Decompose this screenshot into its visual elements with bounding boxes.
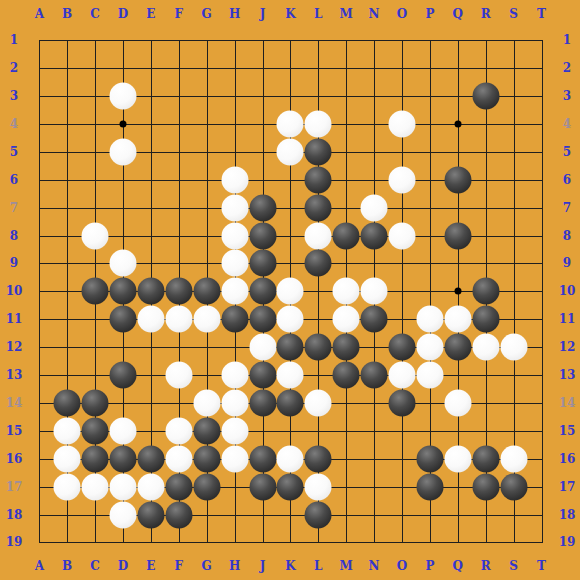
stone-white-K13[interactable] <box>277 362 304 389</box>
stone-black-L7[interactable] <box>305 194 332 221</box>
stone-white-H9[interactable] <box>221 250 248 277</box>
stone-black-R10[interactable] <box>472 278 499 305</box>
row-label-right-11: 11 <box>559 312 576 326</box>
stone-black-R16[interactable] <box>472 445 499 472</box>
col-label-bottom-N: N <box>369 559 380 573</box>
stone-white-O6[interactable] <box>389 166 416 193</box>
col-label-bottom-M: M <box>340 559 353 573</box>
stone-black-D13[interactable] <box>110 362 137 389</box>
col-label-top-A: A <box>35 7 44 21</box>
stone-black-J10[interactable] <box>249 278 276 305</box>
stone-black-R3[interactable] <box>472 83 499 110</box>
stone-black-J7[interactable] <box>249 194 276 221</box>
stone-white-K16[interactable] <box>277 445 304 472</box>
stone-white-L17[interactable] <box>305 473 332 500</box>
stone-black-Q8[interactable] <box>444 222 471 249</box>
stone-white-H16[interactable] <box>221 445 248 472</box>
stone-white-D3[interactable] <box>110 83 137 110</box>
stone-black-C16[interactable] <box>82 445 109 472</box>
row-label-left-7: 7 <box>10 201 18 215</box>
col-label-bottom-L: L <box>314 559 322 573</box>
stone-white-B17[interactable] <box>54 473 81 500</box>
row-label-right-15: 15 <box>559 424 576 438</box>
col-label-top-F: F <box>175 7 184 21</box>
row-label-right-8: 8 <box>563 229 571 243</box>
row-label-left-9: 9 <box>10 256 18 270</box>
stone-black-K12[interactable] <box>277 334 304 361</box>
row-label-left-2: 2 <box>10 61 18 75</box>
stone-white-F11[interactable] <box>165 306 192 333</box>
stone-white-Q14[interactable] <box>444 389 471 416</box>
col-label-bottom-J: J <box>260 559 266 573</box>
stone-white-D18[interactable] <box>110 501 137 528</box>
row-label-left-1: 1 <box>10 33 18 47</box>
stone-white-H6[interactable] <box>221 166 248 193</box>
row-label-left-14: 14 <box>6 396 23 410</box>
stone-black-J13[interactable] <box>249 362 276 389</box>
row-label-left-6: 6 <box>10 173 18 187</box>
row-label-right-5: 5 <box>563 145 571 159</box>
stone-black-S17[interactable] <box>500 473 527 500</box>
stone-black-K17[interactable] <box>277 473 304 500</box>
col-label-top-L: L <box>314 7 322 21</box>
stone-white-K11[interactable] <box>277 306 304 333</box>
stone-white-H8[interactable] <box>221 222 248 249</box>
col-label-bottom-F: F <box>175 559 184 573</box>
stone-white-M11[interactable] <box>333 306 360 333</box>
stone-white-C17[interactable] <box>82 473 109 500</box>
stone-white-D5[interactable] <box>110 138 137 165</box>
row-label-right-1: 1 <box>563 33 571 47</box>
col-label-top-Q: Q <box>453 7 463 21</box>
stone-white-S16[interactable] <box>500 445 527 472</box>
stone-white-O13[interactable] <box>389 362 416 389</box>
row-label-left-13: 13 <box>6 368 23 382</box>
stone-white-L14[interactable] <box>305 389 332 416</box>
stone-black-P17[interactable] <box>416 473 443 500</box>
stone-white-J12[interactable] <box>249 334 276 361</box>
col-label-bottom-R: R <box>481 559 491 573</box>
stone-black-P16[interactable] <box>416 445 443 472</box>
col-label-bottom-S: S <box>509 559 518 573</box>
row-label-right-6: 6 <box>563 173 571 187</box>
row-label-right-10: 10 <box>559 284 576 298</box>
stone-white-F16[interactable] <box>165 445 192 472</box>
row-label-right-16: 16 <box>559 452 576 466</box>
stone-black-H11[interactable] <box>221 306 248 333</box>
stone-white-S12[interactable] <box>500 334 527 361</box>
stone-black-F18[interactable] <box>165 501 192 528</box>
stone-black-O12[interactable] <box>389 334 416 361</box>
row-label-right-4: 4 <box>563 117 571 131</box>
row-label-left-19: 19 <box>6 535 23 549</box>
row-label-left-5: 5 <box>10 145 18 159</box>
col-label-top-C: C <box>90 7 100 21</box>
stone-white-D9[interactable] <box>110 250 137 277</box>
row-label-right-18: 18 <box>559 508 576 522</box>
stone-white-H15[interactable] <box>221 417 248 444</box>
stone-black-N8[interactable] <box>361 222 388 249</box>
row-label-right-7: 7 <box>563 201 571 215</box>
row-label-right-3: 3 <box>563 89 571 103</box>
stone-black-M13[interactable] <box>333 362 360 389</box>
col-label-top-H: H <box>229 7 240 21</box>
row-label-right-14: 14 <box>559 396 576 410</box>
stone-white-K4[interactable] <box>277 110 304 137</box>
stone-white-Q16[interactable] <box>444 445 471 472</box>
row-label-left-15: 15 <box>6 424 23 438</box>
row-label-left-17: 17 <box>6 480 23 494</box>
stone-black-G15[interactable] <box>193 417 220 444</box>
stone-white-H14[interactable] <box>221 389 248 416</box>
stone-white-P13[interactable] <box>416 362 443 389</box>
row-label-left-16: 16 <box>6 452 23 466</box>
star-point-Q10 <box>454 288 461 295</box>
stone-white-G11[interactable] <box>193 306 220 333</box>
stone-black-O14[interactable] <box>389 389 416 416</box>
grid-line-vertical <box>542 40 543 543</box>
stone-black-L5[interactable] <box>305 138 332 165</box>
stone-white-E11[interactable] <box>137 306 164 333</box>
col-label-top-O: O <box>397 7 407 21</box>
row-label-left-8: 8 <box>10 229 18 243</box>
stone-white-Q11[interactable] <box>444 306 471 333</box>
star-point-Q4 <box>454 120 461 127</box>
stone-black-F17[interactable] <box>165 473 192 500</box>
stone-white-N10[interactable] <box>361 278 388 305</box>
stone-black-G10[interactable] <box>193 278 220 305</box>
stone-black-D11[interactable] <box>110 306 137 333</box>
stone-black-J16[interactable] <box>249 445 276 472</box>
col-label-bottom-O: O <box>397 559 407 573</box>
row-label-left-12: 12 <box>6 340 23 354</box>
col-label-top-K: K <box>285 7 295 21</box>
stone-white-F15[interactable] <box>165 417 192 444</box>
row-label-right-9: 9 <box>563 256 571 270</box>
goban[interactable] <box>0 0 580 580</box>
col-label-top-G: G <box>202 7 212 21</box>
col-label-top-N: N <box>369 7 380 21</box>
stone-white-D17[interactable] <box>110 473 137 500</box>
stone-black-Q12[interactable] <box>444 334 471 361</box>
col-label-bottom-B: B <box>62 559 72 573</box>
stone-black-D10[interactable] <box>110 278 137 305</box>
stone-white-B16[interactable] <box>54 445 81 472</box>
stone-black-K14[interactable] <box>277 389 304 416</box>
stone-black-D16[interactable] <box>110 445 137 472</box>
stone-white-K10[interactable] <box>277 278 304 305</box>
col-label-top-R: R <box>481 7 491 21</box>
stone-black-C15[interactable] <box>82 417 109 444</box>
stone-white-K5[interactable] <box>277 138 304 165</box>
row-label-right-2: 2 <box>563 61 571 75</box>
stone-white-H13[interactable] <box>221 362 248 389</box>
stone-black-N11[interactable] <box>361 306 388 333</box>
col-label-bottom-Q: Q <box>453 559 463 573</box>
stone-black-L6[interactable] <box>305 166 332 193</box>
row-label-left-3: 3 <box>10 89 18 103</box>
col-label-top-J: J <box>260 7 266 21</box>
stone-black-J11[interactable] <box>249 306 276 333</box>
col-label-top-P: P <box>425 7 434 21</box>
row-label-left-4: 4 <box>10 117 18 131</box>
stone-black-N13[interactable] <box>361 362 388 389</box>
row-label-right-13: 13 <box>559 368 576 382</box>
col-label-bottom-K: K <box>285 559 295 573</box>
stone-black-L9[interactable] <box>305 250 332 277</box>
stone-black-F10[interactable] <box>165 278 192 305</box>
stone-black-E16[interactable] <box>137 445 164 472</box>
row-label-left-10: 10 <box>6 284 23 298</box>
stone-white-E17[interactable] <box>137 473 164 500</box>
col-label-top-M: M <box>340 7 353 21</box>
grid-line-horizontal <box>39 542 542 543</box>
stone-white-O8[interactable] <box>389 222 416 249</box>
row-label-left-11: 11 <box>6 312 23 326</box>
stone-black-Q6[interactable] <box>444 166 471 193</box>
stone-black-L18[interactable] <box>305 501 332 528</box>
stone-black-R17[interactable] <box>472 473 499 500</box>
stone-black-L12[interactable] <box>305 334 332 361</box>
stone-white-H7[interactable] <box>221 194 248 221</box>
stone-white-F13[interactable] <box>165 362 192 389</box>
stone-white-L8[interactable] <box>305 222 332 249</box>
col-label-bottom-C: C <box>90 559 100 573</box>
stone-white-R12[interactable] <box>472 334 499 361</box>
col-label-bottom-G: G <box>202 559 212 573</box>
stone-black-E10[interactable] <box>137 278 164 305</box>
stone-black-J14[interactable] <box>249 389 276 416</box>
stone-white-H10[interactable] <box>221 278 248 305</box>
stone-white-M10[interactable] <box>333 278 360 305</box>
stone-black-G16[interactable] <box>193 445 220 472</box>
stone-black-M12[interactable] <box>333 334 360 361</box>
row-label-right-12: 12 <box>559 340 576 354</box>
stone-white-N7[interactable] <box>361 194 388 221</box>
stone-black-J9[interactable] <box>249 250 276 277</box>
col-label-bottom-P: P <box>425 559 434 573</box>
col-label-bottom-A: A <box>35 559 44 573</box>
stone-white-P11[interactable] <box>416 306 443 333</box>
stone-white-C8[interactable] <box>82 222 109 249</box>
col-label-top-S: S <box>509 7 518 21</box>
star-point-D4 <box>120 120 127 127</box>
stone-black-R11[interactable] <box>472 306 499 333</box>
stone-white-D15[interactable] <box>110 417 137 444</box>
stone-white-O4[interactable] <box>389 110 416 137</box>
row-label-right-17: 17 <box>559 480 576 494</box>
col-label-top-D: D <box>118 7 128 21</box>
col-label-top-T: T <box>537 7 546 21</box>
col-label-top-B: B <box>62 7 72 21</box>
stone-black-G17[interactable] <box>193 473 220 500</box>
stone-black-M8[interactable] <box>333 222 360 249</box>
col-label-bottom-D: D <box>118 559 128 573</box>
stone-black-E18[interactable] <box>137 501 164 528</box>
stone-black-J8[interactable] <box>249 222 276 249</box>
stone-black-B14[interactable] <box>54 389 81 416</box>
col-label-bottom-H: H <box>229 559 240 573</box>
stone-black-C14[interactable] <box>82 389 109 416</box>
stone-white-P12[interactable] <box>416 334 443 361</box>
row-label-right-19: 19 <box>559 535 576 549</box>
stone-black-C10[interactable] <box>82 278 109 305</box>
go-board-screen: AABBCCDDEEFFGGHHJJKKLLMMNNOOPPQQRRSSTT11… <box>0 0 580 580</box>
stone-white-G14[interactable] <box>193 389 220 416</box>
col-label-bottom-E: E <box>146 559 155 573</box>
col-label-top-E: E <box>146 7 155 21</box>
stone-white-L4[interactable] <box>305 110 332 137</box>
col-label-bottom-T: T <box>537 559 546 573</box>
stone-black-L16[interactable] <box>305 445 332 472</box>
stone-white-B15[interactable] <box>54 417 81 444</box>
stone-black-J17[interactable] <box>249 473 276 500</box>
row-label-left-18: 18 <box>6 508 23 522</box>
